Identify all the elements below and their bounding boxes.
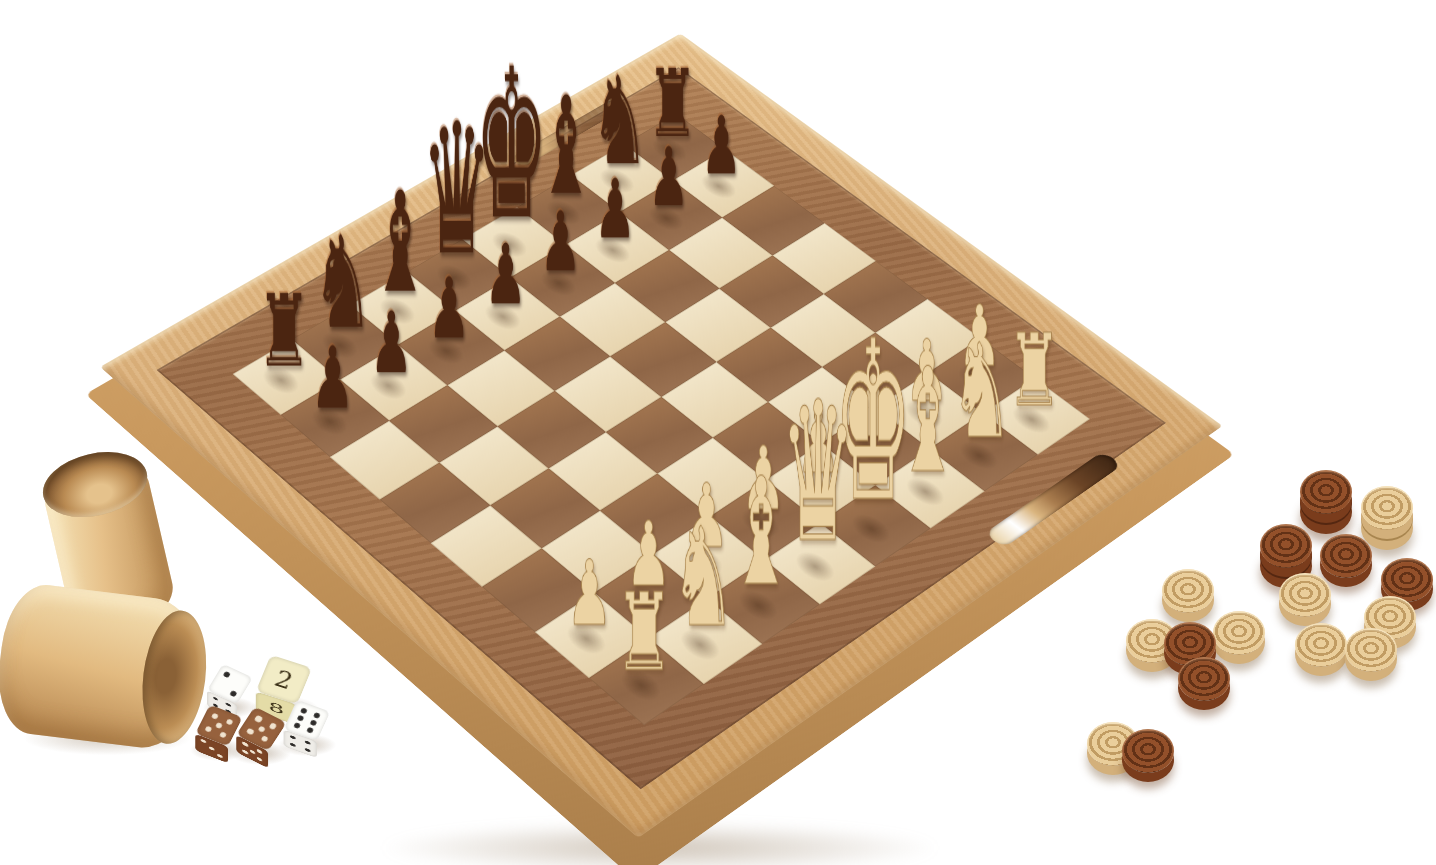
die-pip — [242, 749, 247, 755]
die-pip — [257, 725, 266, 733]
die-pip — [200, 738, 206, 743]
die-pip — [219, 731, 227, 738]
die-pip — [300, 707, 308, 714]
brown-die[interactable] — [203, 719, 236, 749]
die-pip — [229, 690, 237, 697]
die-pip — [306, 727, 314, 734]
accessories-layer: 82 — [0, 0, 1436, 865]
die-pip — [225, 718, 233, 725]
die-pip — [293, 722, 301, 729]
die-pip — [260, 734, 269, 742]
die-pip — [223, 671, 231, 678]
light-checker[interactable] — [1279, 573, 1331, 617]
die-pip — [256, 748, 261, 754]
die-pip — [246, 727, 255, 735]
die-pip — [313, 712, 321, 719]
die-pip — [256, 756, 261, 762]
light-checker[interactable] — [1361, 486, 1413, 530]
brown-checker[interactable] — [1300, 470, 1352, 514]
die-pip — [296, 715, 304, 722]
die-pip — [310, 719, 318, 726]
die-pip — [290, 735, 296, 740]
die-pip — [254, 715, 263, 723]
die-pip — [305, 740, 311, 745]
white-die[interactable] — [290, 715, 323, 744]
die-pip — [217, 754, 223, 759]
brown-die[interactable] — [245, 720, 277, 754]
die-pip — [242, 741, 247, 747]
light-checker[interactable] — [1295, 623, 1347, 667]
light-checker[interactable] — [1213, 611, 1265, 655]
light-checker[interactable] — [1345, 628, 1397, 672]
die-pip — [215, 722, 223, 729]
die-pip — [226, 702, 231, 707]
die-pip — [213, 696, 218, 701]
white-die[interactable] — [215, 677, 245, 707]
die-pip — [209, 746, 215, 751]
brown-checker[interactable] — [1178, 657, 1230, 701]
die-pip — [211, 713, 219, 720]
brown-checker[interactable] — [1260, 524, 1312, 568]
die-pip — [305, 748, 311, 753]
brown-checker[interactable] — [1122, 729, 1174, 773]
light-checker[interactable] — [1162, 569, 1214, 613]
dice-cup-lying[interactable] — [0, 580, 208, 753]
die-pip — [290, 742, 296, 747]
die-pip — [205, 726, 213, 733]
brown-checker[interactable] — [1320, 534, 1372, 578]
die-pip — [268, 722, 277, 730]
die-pip — [249, 748, 254, 754]
